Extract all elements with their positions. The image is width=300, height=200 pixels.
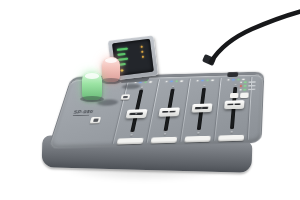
cable-wire bbox=[211, 11, 300, 62]
product-photo-stage: SP-980 bbox=[0, 0, 300, 200]
usb-cable bbox=[0, 0, 300, 200]
